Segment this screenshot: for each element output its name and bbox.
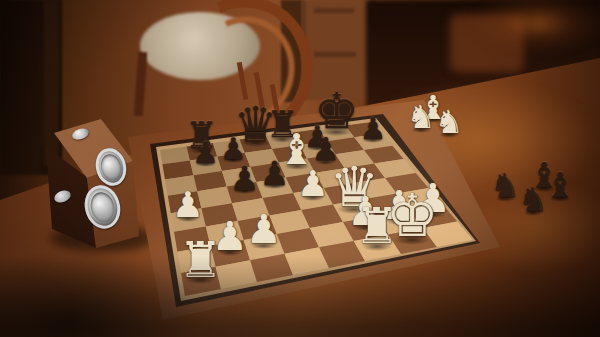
piece-glyph: ♞	[516, 183, 549, 216]
black-pawn-d5[interactable]: ♟	[258, 157, 292, 191]
piece-glyph: ♟	[358, 114, 388, 144]
white-pawn-e4[interactable]: ♟	[295, 166, 330, 201]
screenshot-root: { "game": "chess", "scene": "3d wooden r…	[0, 0, 600, 337]
white-knight-captured-white-2: ♞	[433, 107, 465, 139]
piece-glyph: ♟	[191, 138, 221, 168]
piece-glyph: ♟	[295, 166, 330, 201]
piece-glyph: ♜	[176, 236, 226, 286]
pieces-layer: ♝♞♚♞♜♟♛♟♜♟♟♟♝♟♝♟♟♞♝♛♞♟♟♟♟♚♟♜♟♜	[0, 0, 600, 337]
piece-glyph: ♟	[258, 157, 292, 191]
piece-glyph: ♞	[433, 107, 465, 139]
white-pawn-a4[interactable]: ♟	[170, 187, 205, 222]
white-rook-f1[interactable]: ♜	[352, 202, 402, 252]
black-knight-captured-black-1: ♞	[516, 183, 549, 216]
white-rook-a1[interactable]: ♜	[176, 236, 226, 286]
black-pawn-b7[interactable]: ♟	[191, 138, 221, 168]
piece-glyph: ♟	[228, 162, 262, 196]
black-pawn-c5[interactable]: ♟	[228, 162, 262, 196]
black-pawn-h7[interactable]: ♟	[358, 114, 388, 144]
piece-glyph: ♟	[170, 187, 205, 222]
piece-glyph: ♜	[352, 202, 402, 252]
